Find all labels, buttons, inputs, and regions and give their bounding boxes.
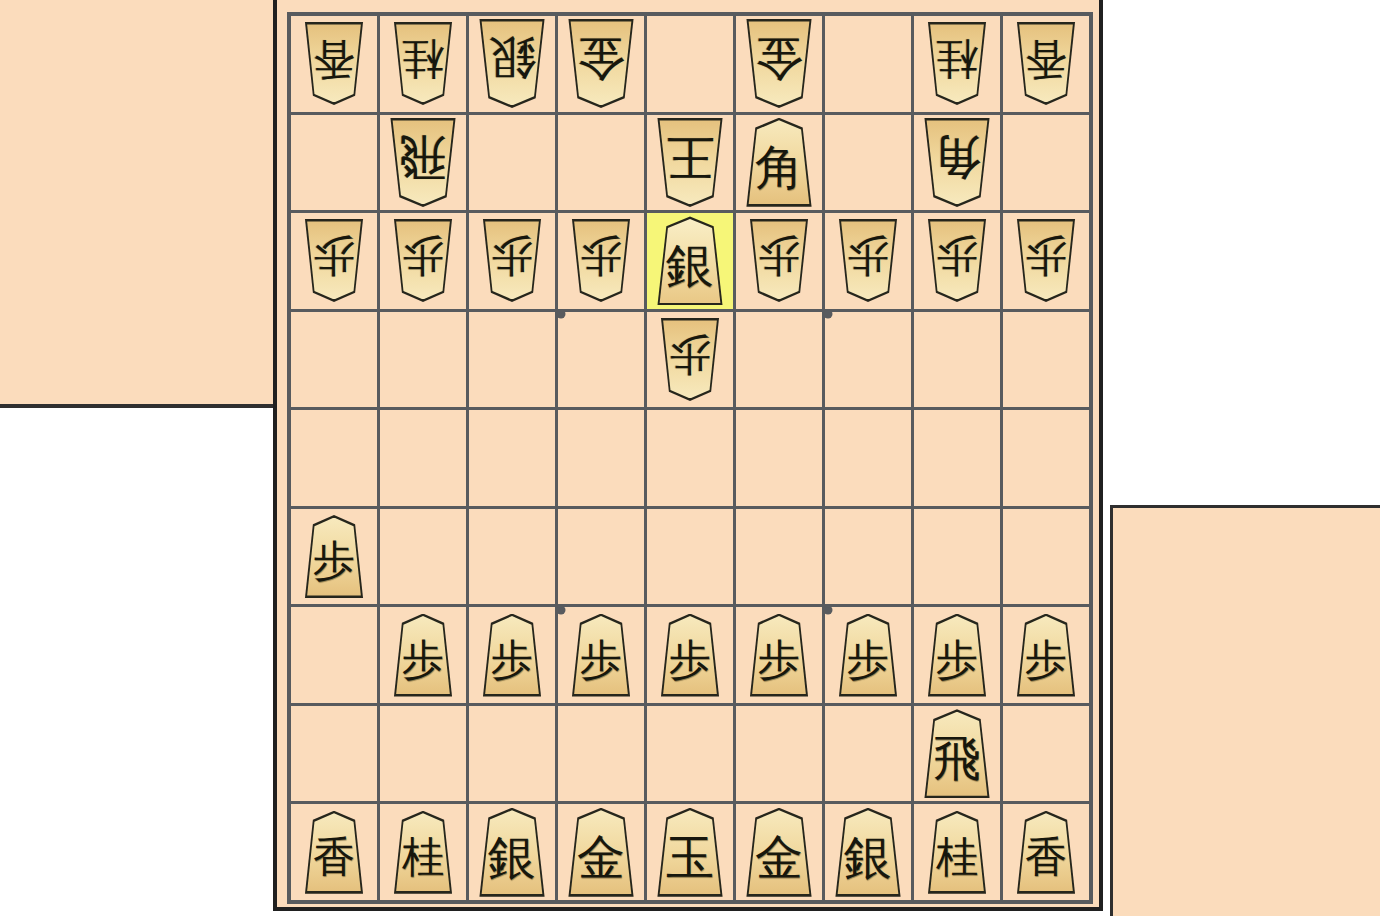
square-9i[interactable]: 香 [291,804,377,900]
piece-kanji: 歩 [1025,235,1067,277]
piece-kanji: 歩 [669,334,711,376]
gote-pawn[interactable]: 歩 [479,219,545,302]
square-9c[interactable]: 歩 [291,213,377,309]
star-point [556,605,565,614]
piece-kanji: 歩 [758,639,800,681]
square-4f[interactable] [736,509,822,605]
square-8b[interactable]: 飛 [380,115,466,211]
square-5h[interactable] [647,706,733,802]
square-6b[interactable] [558,115,644,211]
square-8d[interactable] [380,312,466,408]
piece-kanji: 角 [933,134,981,182]
square-9f[interactable]: 歩 [291,509,377,605]
square-2a[interactable]: 桂 [914,16,1000,112]
gote-king[interactable]: 王 [653,118,727,207]
sente-gold[interactable]: 金 [742,808,816,897]
piece-kanji: 金 [577,35,625,83]
square-7d[interactable] [469,312,555,408]
piece-kanji: 銀 [666,241,714,289]
square-1d[interactable] [1003,312,1089,408]
square-1h[interactable] [1003,706,1089,802]
sente-lance[interactable]: 香 [301,811,367,894]
square-1g[interactable]: 歩 [1003,607,1089,703]
square-4g[interactable]: 歩 [736,607,822,703]
shogi-board-panel: 香桂銀金金桂香飛王角角歩歩歩歩銀歩歩歩歩歩歩歩歩歩歩歩歩歩歩飛香桂銀金玉金銀桂香 [273,0,1103,911]
sente-pawn[interactable]: 歩 [1013,614,1079,697]
sente-pawn[interactable]: 歩 [301,515,367,598]
square-2g[interactable]: 歩 [914,607,1000,703]
square-7g[interactable]: 歩 [469,607,555,703]
square-5g[interactable]: 歩 [647,607,733,703]
square-8a[interactable]: 桂 [380,16,466,112]
square-6g[interactable]: 歩 [558,607,644,703]
square-3e[interactable] [825,410,911,506]
sente-pawn[interactable]: 歩 [835,614,901,697]
gote-knight[interactable]: 桂 [924,22,990,105]
piece-kanji: 歩 [580,639,622,681]
square-6i[interactable]: 金 [558,804,644,900]
shogi-board-grid: 香桂銀金金桂香飛王角角歩歩歩歩銀歩歩歩歩歩歩歩歩歩歩歩歩歩歩飛香桂銀金玉金銀桂香 [287,12,1093,904]
star-point [556,310,565,319]
square-4e[interactable] [736,410,822,506]
square-1f[interactable] [1003,509,1089,605]
sente-hand-tray[interactable] [1110,505,1380,916]
square-3b[interactable] [825,115,911,211]
piece-kanji: 歩 [491,639,533,681]
gote-pawn[interactable]: 歩 [657,318,723,401]
piece-kanji: 歩 [313,540,355,582]
piece-kanji: 歩 [402,235,444,277]
piece-kanji: 歩 [936,235,978,277]
square-5a[interactable] [647,16,733,112]
sente-knight[interactable]: 桂 [390,811,456,894]
piece-kanji: 歩 [1025,639,1067,681]
gote-pawn[interactable]: 歩 [835,219,901,302]
square-3i[interactable]: 銀 [825,804,911,900]
square-7c[interactable]: 歩 [469,213,555,309]
piece-kanji: 歩 [936,639,978,681]
star-point [823,310,832,319]
square-3g[interactable]: 歩 [825,607,911,703]
piece-kanji: 王 [666,134,714,182]
square-5d[interactable]: 歩 [647,312,733,408]
sente-pawn[interactable]: 歩 [657,614,723,697]
piece-kanji: 歩 [580,235,622,277]
square-5b[interactable]: 王 [647,115,733,211]
sente-pawn[interactable]: 歩 [479,614,545,697]
square-2b[interactable]: 角 [914,115,1000,211]
square-9h[interactable] [291,706,377,802]
sente-bishop[interactable]: 角 [742,118,816,207]
piece-kanji: 香 [313,38,355,80]
square-7h[interactable] [469,706,555,802]
sente-knight[interactable]: 桂 [924,811,990,894]
gote-pawn[interactable]: 歩 [746,219,812,302]
square-5e[interactable] [647,410,733,506]
sente-king[interactable]: 玉 [653,808,727,897]
square-3h[interactable] [825,706,911,802]
piece-kanji: 歩 [847,639,889,681]
square-4b[interactable]: 角 [736,115,822,211]
piece-kanji: 玉 [666,833,714,881]
sente-gold[interactable]: 金 [564,808,638,897]
sente-pawn[interactable]: 歩 [568,614,634,697]
piece-kanji: 桂 [936,836,978,878]
square-3d[interactable] [825,312,911,408]
piece-kanji: 歩 [313,235,355,277]
square-8f[interactable] [380,509,466,605]
gote-pawn[interactable]: 歩 [568,219,634,302]
gote-rook[interactable]: 飛 [386,118,460,207]
square-8i[interactable]: 桂 [380,804,466,900]
square-8g[interactable]: 歩 [380,607,466,703]
sente-lance[interactable]: 香 [1013,811,1079,894]
piece-kanji: 飛 [399,134,447,182]
piece-kanji: 角 [755,143,803,191]
square-3f[interactable] [825,509,911,605]
square-2h[interactable]: 飛 [914,706,1000,802]
square-6a[interactable]: 金 [558,16,644,112]
square-5i[interactable]: 玉 [647,804,733,900]
square-8c[interactable]: 歩 [380,213,466,309]
square-3a[interactable] [825,16,911,112]
gote-gold[interactable]: 金 [742,19,816,108]
square-2e[interactable] [914,410,1000,506]
square-4d[interactable] [736,312,822,408]
piece-kanji: 桂 [402,38,444,80]
gote-hand-tray[interactable] [0,0,278,408]
piece-kanji: 飛 [933,734,981,782]
square-5c[interactable]: 銀 [647,213,733,309]
sente-silver[interactable]: 銀 [475,808,549,897]
piece-kanji: 金 [577,833,625,881]
square-9e[interactable] [291,410,377,506]
piece-kanji: 桂 [936,38,978,80]
piece-kanji: 銀 [488,833,536,881]
square-7i[interactable]: 銀 [469,804,555,900]
piece-kanji: 歩 [758,235,800,277]
square-7a[interactable]: 銀 [469,16,555,112]
square-1a[interactable]: 香 [1003,16,1089,112]
piece-kanji: 歩 [669,639,711,681]
gote-pawn[interactable]: 歩 [390,219,456,302]
square-9a[interactable]: 香 [291,16,377,112]
square-2f[interactable] [914,509,1000,605]
sente-pawn[interactable]: 歩 [390,614,456,697]
square-1c[interactable]: 歩 [1003,213,1089,309]
piece-kanji: 歩 [491,235,533,277]
gote-lance[interactable]: 香 [1013,22,1079,105]
square-6d[interactable] [558,312,644,408]
square-2i[interactable]: 桂 [914,804,1000,900]
piece-kanji: 金 [755,35,803,83]
piece-kanji: 銀 [844,833,892,881]
square-6e[interactable] [558,410,644,506]
piece-kanji: 銀 [488,35,536,83]
square-9d[interactable] [291,312,377,408]
sente-silver[interactable]: 銀 [831,808,905,897]
piece-kanji: 桂 [402,836,444,878]
sente-pawn[interactable]: 歩 [746,614,812,697]
square-9b[interactable] [291,115,377,211]
sente-pawn[interactable]: 歩 [924,614,990,697]
square-4i[interactable]: 金 [736,804,822,900]
square-5f[interactable] [647,509,733,605]
square-1e[interactable] [1003,410,1089,506]
gote-pawn[interactable]: 歩 [1013,219,1079,302]
square-4a[interactable]: 金 [736,16,822,112]
square-6h[interactable] [558,706,644,802]
gote-bishop[interactable]: 角 [920,118,994,207]
star-point [823,605,832,614]
piece-kanji: 歩 [847,235,889,277]
gote-lance[interactable]: 香 [301,22,367,105]
square-2d[interactable] [914,312,1000,408]
piece-kanji: 歩 [402,639,444,681]
square-8h[interactable] [380,706,466,802]
square-7b[interactable] [469,115,555,211]
gote-silver[interactable]: 銀 [475,19,549,108]
square-9g[interactable] [291,607,377,703]
sente-silver[interactable]: 銀 [653,216,727,305]
piece-kanji: 香 [1025,836,1067,878]
square-1b[interactable] [1003,115,1089,211]
square-8e[interactable] [380,410,466,506]
square-3c[interactable]: 歩 [825,213,911,309]
gote-pawn[interactable]: 歩 [924,219,990,302]
gote-gold[interactable]: 金 [564,19,638,108]
square-6f[interactable] [558,509,644,605]
piece-kanji: 香 [1025,38,1067,80]
piece-kanji: 香 [313,836,355,878]
sente-rook[interactable]: 飛 [920,709,994,798]
piece-kanji: 金 [755,833,803,881]
gote-knight[interactable]: 桂 [390,22,456,105]
square-7f[interactable] [469,509,555,605]
square-6c[interactable]: 歩 [558,213,644,309]
square-4h[interactable] [736,706,822,802]
square-7e[interactable] [469,410,555,506]
square-1i[interactable]: 香 [1003,804,1089,900]
gote-pawn[interactable]: 歩 [301,219,367,302]
square-4c[interactable]: 歩 [736,213,822,309]
square-2c[interactable]: 歩 [914,213,1000,309]
